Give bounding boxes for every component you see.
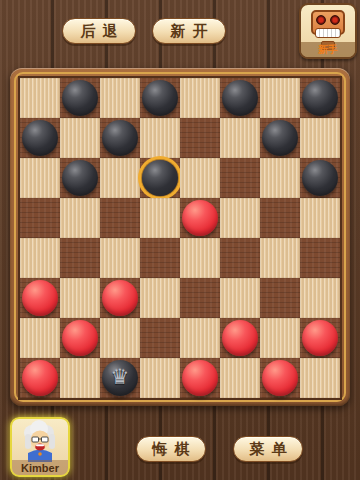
square-r4c6 [220, 198, 260, 238]
red-man-piece[interactable] [62, 320, 98, 356]
red-man-piece[interactable] [182, 200, 218, 236]
square-r8c6 [220, 358, 260, 398]
black-man-piece[interactable] [62, 160, 98, 196]
square-r1c3 [100, 78, 140, 118]
undo-move-button[interactable]: 悔棋 [136, 436, 206, 462]
red-man-piece[interactable] [22, 360, 58, 396]
opponent-avatar-card[interactable]: 新手 [299, 3, 357, 59]
checkers-app: 后退 新开 新手 ♛ [0, 0, 360, 480]
back-button-label: 后退 [81, 22, 125, 41]
square-r2c6 [220, 118, 260, 158]
square-r2c7[interactable] [260, 118, 300, 158]
square-r3c2[interactable] [60, 158, 100, 198]
square-r4c7[interactable] [260, 198, 300, 238]
square-r7c6[interactable] [220, 318, 260, 358]
player-name-label: Kimber [12, 460, 68, 475]
menu-button-label: 菜单 [250, 440, 294, 459]
square-r7c7 [260, 318, 300, 358]
black-king-piece[interactable]: ♛ [102, 360, 138, 396]
black-man-piece[interactable] [262, 120, 298, 156]
square-r8c3[interactable]: ♛ [100, 358, 140, 398]
square-r5c1 [20, 238, 60, 278]
board: ♛ [20, 78, 340, 398]
square-r6c1[interactable] [20, 278, 60, 318]
black-man-piece[interactable] [302, 160, 338, 196]
square-r6c2 [60, 278, 100, 318]
square-r6c6 [220, 278, 260, 318]
square-r8c4 [140, 358, 180, 398]
square-r8c2 [60, 358, 100, 398]
square-r7c2[interactable] [60, 318, 100, 358]
red-man-piece[interactable] [222, 320, 258, 356]
square-r4c1[interactable] [20, 198, 60, 238]
square-r4c5[interactable] [180, 198, 220, 238]
red-man-piece[interactable] [302, 320, 338, 356]
square-r3c5 [180, 158, 220, 198]
square-r5c6[interactable] [220, 238, 260, 278]
player-avatar-icon [18, 420, 62, 464]
square-r6c5[interactable] [180, 278, 220, 318]
square-r4c4 [140, 198, 180, 238]
new-game-button[interactable]: 新开 [152, 18, 226, 44]
red-man-piece[interactable] [102, 280, 138, 316]
black-man-piece[interactable] [62, 80, 98, 116]
square-r1c7 [260, 78, 300, 118]
square-r8c1[interactable] [20, 358, 60, 398]
robot-mouth [315, 28, 341, 38]
red-man-piece[interactable] [182, 360, 218, 396]
square-r5c8[interactable] [300, 238, 340, 278]
back-button[interactable]: 后退 [62, 18, 136, 44]
square-r7c5 [180, 318, 220, 358]
robot-eye-right [330, 15, 340, 25]
red-man-piece[interactable] [262, 360, 298, 396]
square-r5c7 [260, 238, 300, 278]
black-man-piece[interactable] [302, 80, 338, 116]
square-r1c5 [180, 78, 220, 118]
square-r7c3 [100, 318, 140, 358]
square-r3c8[interactable] [300, 158, 340, 198]
robot-eye-left [316, 15, 326, 25]
square-r1c4[interactable] [140, 78, 180, 118]
square-r6c7[interactable] [260, 278, 300, 318]
square-r4c3[interactable] [100, 198, 140, 238]
square-r2c4 [140, 118, 180, 158]
square-r3c3 [100, 158, 140, 198]
square-r1c1 [20, 78, 60, 118]
square-r7c8[interactable] [300, 318, 340, 358]
square-r5c3 [100, 238, 140, 278]
square-r8c5[interactable] [180, 358, 220, 398]
square-r8c7[interactable] [260, 358, 300, 398]
new-game-button-label: 新开 [171, 22, 215, 41]
square-r5c5 [180, 238, 220, 278]
red-man-piece[interactable] [22, 280, 58, 316]
square-r2c8 [300, 118, 340, 158]
square-r3c6[interactable] [220, 158, 260, 198]
undo-move-button-label: 悔棋 [153, 440, 197, 459]
square-r6c8 [300, 278, 340, 318]
square-r1c6[interactable] [220, 78, 260, 118]
crown-icon: ♛ [111, 367, 130, 388]
menu-button[interactable]: 菜单 [233, 436, 303, 462]
square-r7c4[interactable] [140, 318, 180, 358]
square-r2c3[interactable] [100, 118, 140, 158]
square-r5c2[interactable] [60, 238, 100, 278]
robot-avatar-icon [301, 10, 355, 46]
square-r4c8 [300, 198, 340, 238]
square-r1c8[interactable] [300, 78, 340, 118]
square-r6c4 [140, 278, 180, 318]
square-r3c1 [20, 158, 60, 198]
square-r3c4[interactable] [140, 158, 180, 198]
opponent-name-label: 新手 [301, 42, 355, 57]
square-r1c2[interactable] [60, 78, 100, 118]
black-man-piece[interactable] [142, 160, 178, 196]
player-avatar-card[interactable]: Kimber [10, 417, 70, 477]
square-r4c2 [60, 198, 100, 238]
black-man-piece[interactable] [22, 120, 58, 156]
square-r2c2 [60, 118, 100, 158]
square-r2c1[interactable] [20, 118, 60, 158]
square-r2c5[interactable] [180, 118, 220, 158]
square-r7c1 [20, 318, 60, 358]
square-r3c7 [260, 158, 300, 198]
square-r5c4[interactable] [140, 238, 180, 278]
black-man-piece[interactable] [222, 80, 258, 116]
black-man-piece[interactable] [142, 80, 178, 116]
square-r6c3[interactable] [100, 278, 140, 318]
square-r8c8 [300, 358, 340, 398]
black-man-piece[interactable] [102, 120, 138, 156]
